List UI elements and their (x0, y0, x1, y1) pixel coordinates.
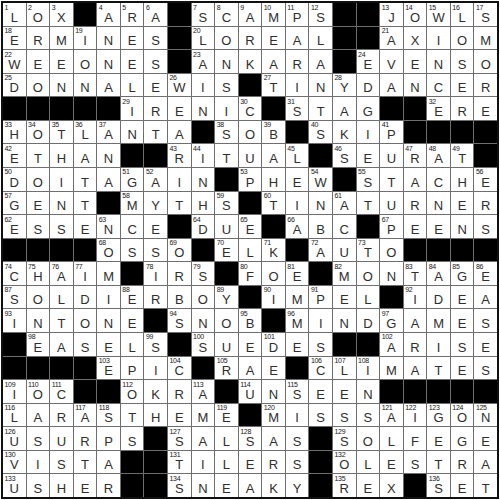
cell-r8c9[interactable]: N (192, 168, 215, 191)
cell-r14c16[interactable]: D (357, 309, 380, 332)
cell-r15c3[interactable]: A (50, 333, 73, 356)
cell-r13c9[interactable]: O (192, 286, 215, 309)
cell-r20c11[interactable]: E (239, 451, 262, 474)
cell-r19c12[interactable]: A (262, 427, 285, 450)
cell-r7c12[interactable]: A (262, 144, 285, 167)
cell-r17c15[interactable]: E (333, 380, 356, 403)
cell-r7c18[interactable]: 47R (404, 144, 427, 167)
cell-r11c7[interactable]: S (144, 239, 167, 262)
cell-r20c4[interactable]: T (74, 451, 97, 474)
cell-r19c19[interactable]: E (427, 427, 450, 450)
cell-r2c7[interactable]: S (144, 27, 167, 50)
cell-r12c7[interactable]: 78I (144, 262, 167, 285)
cell-r21c11[interactable]: A (239, 474, 262, 497)
cell-r8c18[interactable]: A (404, 168, 427, 191)
cell-r11c10[interactable]: 70E (215, 239, 238, 262)
cell-r20c5[interactable]: A (97, 451, 120, 474)
cell-r8c13[interactable]: E (286, 168, 309, 191)
cell-r18c1[interactable]: 116L (3, 404, 26, 427)
cell-r10c9[interactable]: 64D (192, 215, 215, 238)
cell-r14c2[interactable]: N (27, 309, 50, 332)
cell-r7c1[interactable]: 42E (3, 144, 26, 167)
cell-r10c2[interactable]: S (27, 215, 50, 238)
cell-r10c6[interactable]: C (121, 215, 144, 238)
cell-r18c6[interactable]: T (121, 404, 144, 427)
cell-r12c21[interactable]: 86E (474, 262, 497, 285)
cell-r12c20[interactable]: 85G (451, 262, 474, 285)
cell-r10c5[interactable]: 63N (97, 215, 120, 238)
cell-r5c13[interactable]: 31S (286, 97, 309, 120)
cell-r10c18[interactable]: E (404, 215, 427, 238)
cell-r21c8[interactable]: 134S (168, 474, 191, 497)
cell-r21c4[interactable]: E (74, 474, 97, 497)
cell-r13c8[interactable]: B (168, 286, 191, 309)
cell-r16c7[interactable]: I (144, 357, 167, 380)
cell-r5c8[interactable]: E (168, 97, 191, 120)
cell-r15c13[interactable]: E (286, 333, 309, 356)
cell-r9c19[interactable]: N (427, 192, 450, 215)
cell-r9c2[interactable]: E (27, 192, 50, 215)
cell-r21c13[interactable]: Y (286, 474, 309, 497)
cell-r19c21[interactable]: E (474, 427, 497, 450)
cell-r4c19[interactable]: C (427, 74, 450, 97)
cell-r13c6[interactable]: 88E (121, 286, 144, 309)
cell-r19c9[interactable]: A (192, 427, 215, 450)
cell-r11c11[interactable]: L (239, 239, 262, 262)
cell-r18c4[interactable]: 117A (74, 404, 97, 427)
cell-r6c12[interactable]: 39B (262, 121, 285, 144)
cell-r1c21[interactable]: 17S (474, 3, 497, 26)
cell-r8c11[interactable]: 53P (239, 168, 262, 191)
cell-r12c8[interactable]: R (168, 262, 191, 285)
cell-r7c9[interactable]: 44I (192, 144, 215, 167)
cell-r13c20[interactable]: E (451, 286, 474, 309)
cell-r5c15[interactable]: A (333, 97, 356, 120)
cell-r1c2[interactable]: 2O (27, 3, 50, 26)
cell-r6c4[interactable]: 36L (74, 121, 97, 144)
cell-r19c8[interactable]: 127S (168, 427, 191, 450)
cell-r13c10[interactable]: 89Y (215, 286, 238, 309)
cell-r20c13[interactable]: S (286, 451, 309, 474)
cell-r12c3[interactable]: 76A (50, 262, 73, 285)
cell-r2c21[interactable]: M (474, 27, 497, 50)
cell-r2c6[interactable]: E (121, 27, 144, 50)
cell-r10c4[interactable]: E (74, 215, 97, 238)
cell-r11c16[interactable]: 73T (357, 239, 380, 262)
cell-r7c17[interactable]: U (380, 144, 403, 167)
cell-r10c3[interactable]: S (50, 215, 73, 238)
cell-r16c14[interactable]: 106C (309, 357, 332, 380)
cell-r13c16[interactable]: L (357, 286, 380, 309)
cell-r19c20[interactable]: G (451, 427, 474, 450)
cell-r20c1[interactable]: 130V (3, 451, 26, 474)
cell-r12c16[interactable]: O (357, 262, 380, 285)
cell-r20c19[interactable]: T (427, 451, 450, 474)
cell-r2c10[interactable]: O (215, 27, 238, 50)
cell-r18c21[interactable]: 125N (474, 404, 497, 427)
cell-r2c5[interactable]: N (97, 27, 120, 50)
cell-r20c3[interactable]: S (50, 451, 73, 474)
cell-r3c21[interactable]: O (474, 50, 497, 73)
cell-r5c11[interactable]: 30C (239, 97, 262, 120)
cell-r1c9[interactable]: 7S (192, 3, 215, 26)
cell-r3c12[interactable]: A (262, 50, 285, 73)
cell-r8c20[interactable]: H (451, 168, 474, 191)
cell-r1c18[interactable]: 14O (404, 3, 427, 26)
cell-r9c9[interactable]: H (192, 192, 215, 215)
cell-r9c13[interactable]: I (286, 192, 309, 215)
cell-r19c4[interactable]: R (74, 427, 97, 450)
cell-r16c19[interactable]: T (427, 357, 450, 380)
cell-r15c4[interactable]: S (74, 333, 97, 356)
cell-r10c17[interactable]: 67P (380, 215, 403, 238)
cell-r19c10[interactable]: L (215, 427, 238, 450)
cell-r16c5[interactable]: 103E (97, 357, 120, 380)
cell-r18c14[interactable]: S (309, 404, 332, 427)
cell-r17c7[interactable]: K (144, 380, 167, 403)
cell-r6c3[interactable]: 35T (50, 121, 73, 144)
cell-r13c15[interactable]: E (333, 286, 356, 309)
cell-r13c21[interactable]: A (474, 286, 497, 309)
cell-r20c18[interactable]: S (404, 451, 427, 474)
cell-r14c9[interactable]: N (192, 309, 215, 332)
cell-r10c14[interactable]: B (309, 215, 332, 238)
cell-r12c17[interactable]: N (380, 262, 403, 285)
cell-r14c13[interactable]: 96M (286, 309, 309, 332)
cell-r16c12[interactable]: E (262, 357, 285, 380)
cell-r1c10[interactable]: 8C (215, 3, 238, 26)
cell-r3c13[interactable]: R (286, 50, 309, 73)
cell-r6c6[interactable]: N (121, 121, 144, 144)
cell-r13c7[interactable]: R (144, 286, 167, 309)
cell-r2c18[interactable]: X (404, 27, 427, 50)
cell-r19c1[interactable]: 126U (3, 427, 26, 450)
cell-r1c12[interactable]: 10M (262, 3, 285, 26)
cell-r21c12[interactable]: K (262, 474, 285, 497)
cell-r8c5[interactable]: A (97, 168, 120, 191)
cell-r16c8[interactable]: 104C (168, 357, 191, 380)
cell-r4c21[interactable]: R (474, 74, 497, 97)
cell-r20c2[interactable]: I (27, 451, 50, 474)
cell-r15c12[interactable]: 101D (262, 333, 285, 356)
cell-r13c18[interactable]: 92I (404, 286, 427, 309)
cell-r15c21[interactable]: E (474, 333, 497, 356)
cell-r15c17[interactable]: 102A (380, 333, 403, 356)
cell-r17c3[interactable]: 111C (50, 380, 73, 403)
cell-r14c4[interactable]: O (74, 309, 97, 332)
cell-r19c11[interactable]: 128S (239, 427, 262, 450)
cell-r16c18[interactable]: A (404, 357, 427, 380)
cell-r5c14[interactable]: T (309, 97, 332, 120)
cell-r8c8[interactable]: I (168, 168, 191, 191)
cell-r16c20[interactable]: E (451, 357, 474, 380)
cell-r4c13[interactable]: I (286, 74, 309, 97)
cell-r21c3[interactable]: H (50, 474, 73, 497)
cell-r10c19[interactable]: E (427, 215, 450, 238)
cell-r21c9[interactable]: N (192, 474, 215, 497)
cell-r21c2[interactable]: S (27, 474, 50, 497)
cell-r12c18[interactable]: 83T (404, 262, 427, 285)
cell-r7c19[interactable]: 48A (427, 144, 450, 167)
cell-r14c14[interactable]: I (309, 309, 332, 332)
cell-r16c16[interactable]: 108I (357, 357, 380, 380)
cell-r11c12[interactable]: 71K (262, 239, 285, 262)
cell-r20c21[interactable]: A (474, 451, 497, 474)
cell-r14c19[interactable]: M (427, 309, 450, 332)
cell-r14c18[interactable]: A (404, 309, 427, 332)
cell-r15c10[interactable]: U (215, 333, 238, 356)
cell-r8c4[interactable]: T (74, 168, 97, 191)
cell-r1c1[interactable]: 1L (3, 3, 26, 26)
cell-r2c3[interactable]: M (50, 27, 73, 50)
cell-r12c2[interactable]: 75H (27, 262, 50, 285)
cell-r21c19[interactable]: 136S (427, 474, 450, 497)
cell-r17c6[interactable]: 112O (121, 380, 144, 403)
cell-r8c19[interactable]: C (427, 168, 450, 191)
cell-r11c14[interactable]: 72A (309, 239, 332, 262)
cell-r9c17[interactable]: U (380, 192, 403, 215)
cell-r14c10[interactable]: O (215, 309, 238, 332)
cell-r20c15[interactable]: 132O (333, 451, 356, 474)
cell-r12c12[interactable]: O (262, 262, 285, 285)
cell-r4c3[interactable]: N (50, 74, 73, 97)
cell-r6c7[interactable]: T (144, 121, 167, 144)
cell-r20c20[interactable]: R (451, 451, 474, 474)
cell-r9c16[interactable]: T (357, 192, 380, 215)
cell-r20c9[interactable]: I (192, 451, 215, 474)
cell-r3c3[interactable]: E (50, 50, 73, 73)
cell-r9c21[interactable]: R (474, 192, 497, 215)
cell-r17c16[interactable]: N (357, 380, 380, 403)
cell-r2c12[interactable]: E (262, 27, 285, 50)
cell-r6c1[interactable]: 33H (3, 121, 26, 144)
cell-r5c6[interactable]: 29I (121, 97, 144, 120)
cell-r8c6[interactable]: 51G (121, 168, 144, 191)
cell-r2c13[interactable]: A (286, 27, 309, 50)
cell-r3c17[interactable]: V (380, 50, 403, 73)
cell-r19c2[interactable]: S (27, 427, 50, 450)
cell-r7c4[interactable]: A (74, 144, 97, 167)
cell-r1c14[interactable]: 12S (309, 3, 332, 26)
cell-r17c14[interactable]: E (309, 380, 332, 403)
cell-r3c6[interactable]: E (121, 50, 144, 73)
cell-r2c14[interactable]: L (309, 27, 332, 50)
cell-r15c2[interactable]: 98E (27, 333, 50, 356)
cell-r1c19[interactable]: 15W (427, 3, 450, 26)
cell-r5c7[interactable]: R (144, 97, 167, 120)
cell-r10c7[interactable]: E (144, 215, 167, 238)
cell-r21c5[interactable]: R (97, 474, 120, 497)
cell-r7c10[interactable]: T (215, 144, 238, 167)
cell-r19c16[interactable]: O (357, 427, 380, 450)
cell-r8c17[interactable]: T (380, 168, 403, 191)
cell-r2c1[interactable]: 18E (3, 27, 26, 50)
cell-r17c2[interactable]: 110O (27, 380, 50, 403)
cell-r4c17[interactable]: A (380, 74, 403, 97)
cell-r21c20[interactable]: E (451, 474, 474, 497)
cell-r4c2[interactable]: O (27, 74, 50, 97)
cell-r9c18[interactable]: R (404, 192, 427, 215)
cell-r9c7[interactable]: Y (144, 192, 167, 215)
cell-r4c1[interactable]: 25D (3, 74, 26, 97)
cell-r7c11[interactable]: U (239, 144, 262, 167)
cell-r9c3[interactable]: N (50, 192, 73, 215)
cell-r2c19[interactable]: I (427, 27, 450, 50)
cell-r10c1[interactable]: 62E (3, 215, 26, 238)
cell-r16c17[interactable]: M (380, 357, 403, 380)
cell-r7c8[interactable]: 43R (168, 144, 191, 167)
cell-r21c16[interactable]: E (357, 474, 380, 497)
cell-r2c9[interactable]: 20L (192, 27, 215, 50)
cell-r5c10[interactable]: I (215, 97, 238, 120)
cell-r20c10[interactable]: L (215, 451, 238, 474)
cell-r19c17[interactable]: L (380, 427, 403, 450)
cell-r9c6[interactable]: 58M (121, 192, 144, 215)
cell-r15c5[interactable]: E (97, 333, 120, 356)
cell-r4c6[interactable]: L (121, 74, 144, 97)
cell-r3c7[interactable]: S (144, 50, 167, 73)
cell-r11c8[interactable]: 69O (168, 239, 191, 262)
cell-r18c9[interactable]: M (192, 404, 215, 427)
cell-r19c3[interactable]: U (50, 427, 73, 450)
cell-r11c15[interactable]: U (333, 239, 356, 262)
cell-r21c10[interactable]: E (215, 474, 238, 497)
cell-r10c13[interactable]: 66A (286, 215, 309, 238)
cell-r12c13[interactable]: 81E (286, 262, 309, 285)
cell-r15c11[interactable]: E (239, 333, 262, 356)
cell-r19c6[interactable]: S (121, 427, 144, 450)
cell-r6c14[interactable]: 40S (309, 121, 332, 144)
cell-r11c17[interactable]: O (380, 239, 403, 262)
cell-r13c5[interactable]: I (97, 286, 120, 309)
cell-r6c11[interactable]: O (239, 121, 262, 144)
cell-r14c6[interactable]: E (121, 309, 144, 332)
cell-r16c15[interactable]: 107L (333, 357, 356, 380)
cell-r10c10[interactable]: U (215, 215, 238, 238)
cell-r18c19[interactable]: 123G (427, 404, 450, 427)
cell-r4c15[interactable]: 28Y (333, 74, 356, 97)
cell-r14c20[interactable]: E (451, 309, 474, 332)
cell-r3c9[interactable]: 23A (192, 50, 215, 73)
cell-r4c10[interactable]: S (215, 74, 238, 97)
cell-r13c13[interactable]: M (286, 286, 309, 309)
cell-r6c8[interactable]: A (168, 121, 191, 144)
cell-r6c5[interactable]: 37A (97, 121, 120, 144)
cell-r5c16[interactable]: G (357, 97, 380, 120)
cell-r8c3[interactable]: I (50, 168, 73, 191)
cell-r17c13[interactable]: 115S (286, 380, 309, 403)
cell-r13c3[interactable]: L (50, 286, 73, 309)
cell-r16c10[interactable]: 105R (215, 357, 238, 380)
cell-r14c5[interactable]: N (97, 309, 120, 332)
cell-r1c11[interactable]: 9A (239, 3, 262, 26)
cell-r7c20[interactable]: 49T (451, 144, 474, 167)
cell-r9c14[interactable]: N (309, 192, 332, 215)
cell-r18c3[interactable]: R (50, 404, 73, 427)
cell-r7c15[interactable]: 46S (333, 144, 356, 167)
cell-r18c20[interactable]: 124O (451, 404, 474, 427)
cell-r6c15[interactable]: K (333, 121, 356, 144)
cell-r1c20[interactable]: 16L (451, 3, 474, 26)
cell-r18c10[interactable]: 119E (215, 404, 238, 427)
cell-r15c20[interactable]: S (451, 333, 474, 356)
cell-r18c12[interactable]: 120M (262, 404, 285, 427)
cell-r17c1[interactable]: 109I (3, 380, 26, 403)
cell-r12c1[interactable]: 74C (3, 262, 26, 285)
cell-r13c2[interactable]: O (27, 286, 50, 309)
cell-r4c5[interactable]: A (97, 74, 120, 97)
cell-r8c7[interactable]: 52A (144, 168, 167, 191)
cell-r3c5[interactable]: N (97, 50, 120, 73)
cell-r21c21[interactable]: T (474, 474, 497, 497)
cell-r16c21[interactable]: S (474, 357, 497, 380)
cell-r14c1[interactable]: 93I (3, 309, 26, 332)
cell-r6c17[interactable]: 41P (380, 121, 403, 144)
cell-r19c13[interactable]: S (286, 427, 309, 450)
cell-r20c12[interactable]: R (262, 451, 285, 474)
cell-r1c7[interactable]: 6A (144, 3, 167, 26)
cell-r12c19[interactable]: 84A (427, 262, 450, 285)
cell-r15c6[interactable]: L (121, 333, 144, 356)
cell-r9c10[interactable]: 59S (215, 192, 238, 215)
cell-r18c18[interactable]: 122I (404, 404, 427, 427)
cell-r18c15[interactable]: S (333, 404, 356, 427)
cell-r18c13[interactable]: I (286, 404, 309, 427)
cell-r9c20[interactable]: E (451, 192, 474, 215)
cell-r1c6[interactable]: 5R (121, 3, 144, 26)
cell-r13c12[interactable]: 90I (262, 286, 285, 309)
cell-r8c12[interactable]: H (262, 168, 285, 191)
cell-r3c1[interactable]: 22W (3, 50, 26, 73)
cell-r3c20[interactable]: S (451, 50, 474, 73)
cell-r4c9[interactable]: I (192, 74, 215, 97)
cell-r7c5[interactable]: N (97, 144, 120, 167)
cell-r12c11[interactable]: 80F (239, 262, 262, 285)
cell-r3c4[interactable]: O (74, 50, 97, 73)
cell-r9c12[interactable]: 60T (262, 192, 285, 215)
cell-r3c18[interactable]: E (404, 50, 427, 73)
cell-r2c4[interactable]: 19I (74, 27, 97, 50)
cell-r8c2[interactable]: O (27, 168, 50, 191)
cell-r14c21[interactable]: S (474, 309, 497, 332)
cell-r18c7[interactable]: H (144, 404, 167, 427)
cell-r9c8[interactable]: T (168, 192, 191, 215)
cell-r1c17[interactable]: 13J (380, 3, 403, 26)
cell-r19c15[interactable]: 129S (333, 427, 356, 450)
cell-r3c2[interactable]: E (27, 50, 50, 73)
cell-r7c3[interactable]: H (50, 144, 73, 167)
cell-r17c8[interactable]: R (168, 380, 191, 403)
cell-r17c9[interactable]: 113A (192, 380, 215, 403)
cell-r4c7[interactable]: E (144, 74, 167, 97)
cell-r18c8[interactable]: E (168, 404, 191, 427)
cell-r14c15[interactable]: N (333, 309, 356, 332)
cell-r11c5[interactable]: 68O (97, 239, 120, 262)
cell-r21c15[interactable]: 135R (333, 474, 356, 497)
cell-r11c6[interactable]: S (121, 239, 144, 262)
cell-r6c2[interactable]: 34O (27, 121, 50, 144)
cell-r1c13[interactable]: 11P (286, 3, 309, 26)
cell-r3c19[interactable]: N (427, 50, 450, 73)
cell-r9c15[interactable]: 61A (333, 192, 356, 215)
cell-r4c20[interactable]: E (451, 74, 474, 97)
cell-r10c21[interactable]: S (474, 215, 497, 238)
cell-r1c5[interactable]: 4A (97, 3, 120, 26)
cell-r3c10[interactable]: N (215, 50, 238, 73)
cell-r16c11[interactable]: A (239, 357, 262, 380)
cell-r19c18[interactable]: F (404, 427, 427, 450)
cell-r4c12[interactable]: 27T (262, 74, 285, 97)
